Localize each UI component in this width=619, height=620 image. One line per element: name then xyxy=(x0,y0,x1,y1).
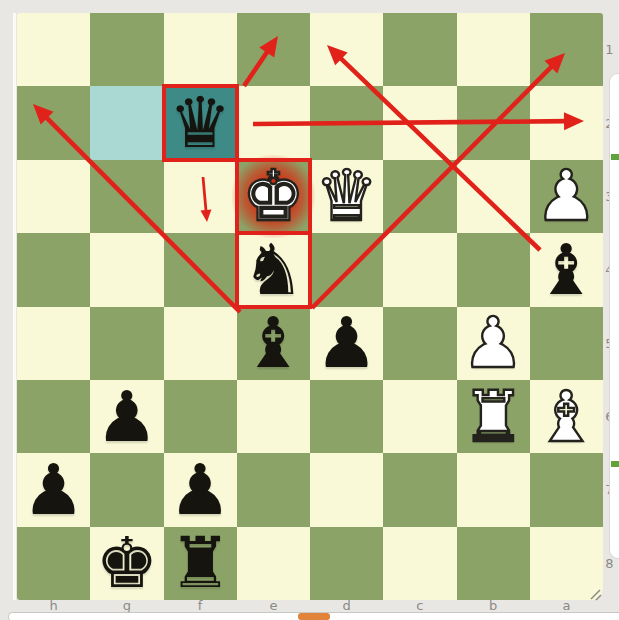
square-c4[interactable] xyxy=(383,233,456,306)
square-a3[interactable]: ♟ xyxy=(530,160,603,233)
square-e7[interactable] xyxy=(237,453,310,526)
square-c6[interactable] xyxy=(383,380,456,453)
square-e5[interactable]: ♝ xyxy=(237,307,310,380)
piece-black-pawn-d5[interactable]: ♟ xyxy=(310,307,383,380)
square-e1[interactable] xyxy=(237,13,310,86)
square-f1[interactable] xyxy=(164,13,237,86)
check-danger-glow xyxy=(232,155,315,238)
piece-black-pawn-g6[interactable]: ♟ xyxy=(90,380,163,453)
square-f5[interactable] xyxy=(164,307,237,380)
file-label-d: d xyxy=(310,598,383,613)
square-g7[interactable] xyxy=(90,453,163,526)
file-label-g: g xyxy=(90,598,163,613)
square-b4[interactable] xyxy=(457,233,530,306)
piece-white-queen-d3[interactable]: ♛ xyxy=(310,160,383,233)
square-g2[interactable] xyxy=(90,86,163,159)
square-f2[interactable]: ♛ xyxy=(164,86,237,159)
side-panel-edge xyxy=(609,73,619,559)
piece-black-pawn-f7[interactable]: ♟ xyxy=(164,453,237,526)
square-e3[interactable]: ♚ xyxy=(237,160,310,233)
square-f3[interactable] xyxy=(164,160,237,233)
panel-eval-mark xyxy=(611,461,619,467)
square-e2[interactable] xyxy=(237,86,310,159)
square-c5[interactable] xyxy=(383,307,456,380)
square-a5[interactable] xyxy=(530,307,603,380)
file-label-c: c xyxy=(383,598,456,613)
square-b6[interactable]: ♜ xyxy=(457,380,530,453)
board-left-edge-divider xyxy=(13,13,16,600)
threat-box-f2 xyxy=(162,84,239,161)
square-g4[interactable] xyxy=(90,233,163,306)
piece-black-rook-f8[interactable]: ♜ xyxy=(164,527,237,600)
square-c1[interactable] xyxy=(383,13,456,86)
piece-black-king-g8[interactable]: ♚ xyxy=(90,527,163,600)
file-label-b: b xyxy=(457,598,530,613)
square-g8[interactable]: ♚ xyxy=(90,527,163,600)
piece-white-bishop-a6[interactable]: ♝ xyxy=(530,380,603,453)
piece-white-rook-b6[interactable]: ♜ xyxy=(457,380,530,453)
piece-white-pawn-b5[interactable]: ♟ xyxy=(457,307,530,380)
square-h8[interactable] xyxy=(17,527,90,600)
file-label-h: h xyxy=(17,598,90,613)
square-b5[interactable]: ♟ xyxy=(457,307,530,380)
square-d7[interactable] xyxy=(310,453,383,526)
square-d3[interactable]: ♛ xyxy=(310,160,383,233)
square-g1[interactable] xyxy=(90,13,163,86)
square-b8[interactable] xyxy=(457,527,530,600)
file-coordinates: hgfedcba xyxy=(17,598,603,613)
square-a1[interactable] xyxy=(530,13,603,86)
square-d5[interactable]: ♟ xyxy=(310,307,383,380)
square-h4[interactable] xyxy=(17,233,90,306)
piece-black-bishop-a4[interactable]: ♝ xyxy=(530,233,603,306)
square-d1[interactable] xyxy=(310,13,383,86)
piece-white-king-e3[interactable]: ♚ xyxy=(237,160,310,233)
square-b2[interactable] xyxy=(457,86,530,159)
square-c8[interactable] xyxy=(383,527,456,600)
square-f4[interactable] xyxy=(164,233,237,306)
square-c7[interactable] xyxy=(383,453,456,526)
piece-black-bishop-e5[interactable]: ♝ xyxy=(237,307,310,380)
square-h5[interactable] xyxy=(17,307,90,380)
square-h3[interactable] xyxy=(17,160,90,233)
square-a2[interactable] xyxy=(530,86,603,159)
square-d8[interactable] xyxy=(310,527,383,600)
piece-black-knight-e4[interactable]: ♞ xyxy=(237,233,310,306)
threat-box-e3 xyxy=(235,158,312,235)
piece-black-pawn-h7[interactable]: ♟ xyxy=(17,453,90,526)
board-resize-handle[interactable] xyxy=(588,586,602,600)
square-e6[interactable] xyxy=(237,380,310,453)
square-a4[interactable]: ♝ xyxy=(530,233,603,306)
square-c2[interactable] xyxy=(383,86,456,159)
square-d2[interactable] xyxy=(310,86,383,159)
square-h1[interactable] xyxy=(17,13,90,86)
square-g5[interactable] xyxy=(90,307,163,380)
panel-eval-mark xyxy=(611,154,619,160)
square-a7[interactable] xyxy=(530,453,603,526)
square-f8[interactable]: ♜ xyxy=(164,527,237,600)
square-e8[interactable] xyxy=(237,527,310,600)
square-f7[interactable]: ♟ xyxy=(164,453,237,526)
square-d4[interactable] xyxy=(310,233,383,306)
square-g6[interactable]: ♟ xyxy=(90,380,163,453)
file-label-e: e xyxy=(237,598,310,613)
square-e4[interactable]: ♞ xyxy=(237,233,310,306)
square-d6[interactable] xyxy=(310,380,383,453)
square-a6[interactable]: ♝ xyxy=(530,380,603,453)
square-h2[interactable] xyxy=(17,86,90,159)
square-g3[interactable] xyxy=(90,160,163,233)
square-b1[interactable] xyxy=(457,13,530,86)
square-b3[interactable] xyxy=(457,160,530,233)
piece-black-queen-f2[interactable]: ♛ xyxy=(164,86,237,159)
file-label-f: f xyxy=(164,598,237,613)
threat-box-e4 xyxy=(235,231,312,308)
square-h6[interactable] xyxy=(17,380,90,453)
square-c3[interactable] xyxy=(383,160,456,233)
horizontal-scrollbar-thumb[interactable] xyxy=(298,613,330,620)
piece-white-pawn-a3[interactable]: ♟ xyxy=(530,160,603,233)
square-b7[interactable] xyxy=(457,453,530,526)
square-f6[interactable] xyxy=(164,380,237,453)
chess-board[interactable]: ♛♚♛♟♞♝♝♟♟♟♜♝♟♟♚♜ xyxy=(17,13,603,600)
square-h7[interactable]: ♟ xyxy=(17,453,90,526)
